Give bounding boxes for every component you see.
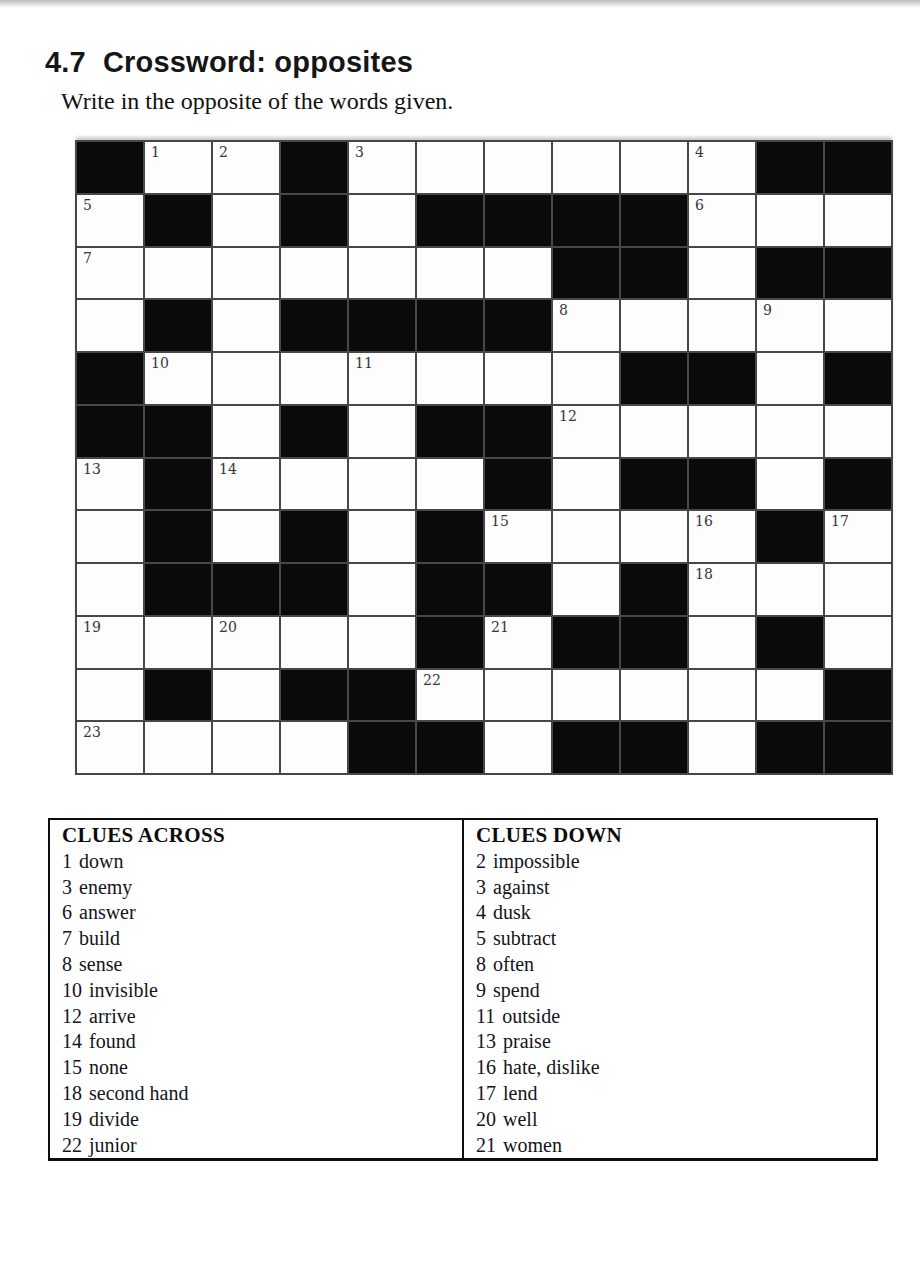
clue-number-label: 9 xyxy=(476,979,486,1001)
clue-word: outside xyxy=(502,1005,560,1027)
white-cell[interactable]: 21 xyxy=(485,617,551,668)
clue-word: none xyxy=(89,1056,128,1078)
black-cell xyxy=(757,617,823,668)
clues-down-column: CLUES DOWN 2impossible3against4dusk5subt… xyxy=(464,820,876,1158)
crossword-grid: 1234567891011121314151617181920212223 xyxy=(75,140,893,775)
black-cell xyxy=(281,142,347,193)
white-cell[interactable]: 13 xyxy=(77,459,143,510)
clue-word: enemy xyxy=(79,876,132,898)
clue-number: 12 xyxy=(559,408,577,424)
clue-word: against xyxy=(493,876,550,898)
clue-word: hate, dislike xyxy=(503,1056,600,1078)
white-cell[interactable] xyxy=(553,670,619,721)
clue-number-label: 21 xyxy=(476,1134,496,1156)
black-cell xyxy=(485,195,551,246)
clue-across-7: 7build xyxy=(62,926,454,952)
clue-across-22: 22junior xyxy=(62,1133,454,1159)
white-cell[interactable]: 12 xyxy=(553,406,619,457)
white-cell[interactable] xyxy=(485,353,551,404)
clue-down-2: 2impossible xyxy=(476,849,868,875)
white-cell[interactable] xyxy=(281,722,347,773)
clue-number-label: 10 xyxy=(62,979,82,1001)
clue-across-10: 10invisible xyxy=(62,978,454,1004)
black-cell xyxy=(621,564,687,615)
clue-number: 23 xyxy=(83,724,101,740)
clue-number-label: 20 xyxy=(476,1108,496,1130)
clue-number: 7 xyxy=(83,250,92,266)
black-cell xyxy=(757,248,823,299)
white-cell[interactable] xyxy=(417,459,483,510)
clue-word: praise xyxy=(503,1030,551,1052)
black-cell xyxy=(77,406,143,457)
white-cell[interactable] xyxy=(621,511,687,562)
white-cell[interactable] xyxy=(621,300,687,351)
white-cell[interactable] xyxy=(621,142,687,193)
clue-number: 2 xyxy=(219,144,228,160)
white-cell[interactable] xyxy=(77,511,143,562)
white-cell[interactable] xyxy=(349,511,415,562)
clue-number-label: 18 xyxy=(62,1082,82,1104)
clue-number: 22 xyxy=(423,672,441,688)
white-cell[interactable]: 10 xyxy=(145,353,211,404)
clue-down-17: 17lend xyxy=(476,1081,868,1107)
clue-across-15: 15none xyxy=(62,1055,454,1081)
black-cell xyxy=(689,353,755,404)
white-cell[interactable] xyxy=(349,617,415,668)
clues-across-header: CLUES ACROSS xyxy=(62,823,454,849)
clue-word: lend xyxy=(503,1082,537,1104)
white-cell[interactable] xyxy=(349,195,415,246)
white-cell[interactable] xyxy=(77,300,143,351)
black-cell xyxy=(485,406,551,457)
clue-number-label: 15 xyxy=(62,1056,82,1078)
black-cell xyxy=(825,670,891,721)
white-cell[interactable] xyxy=(825,195,891,246)
section-number: 4.7 xyxy=(45,46,86,78)
clue-word: build xyxy=(79,927,120,949)
clue-across-1: 1down xyxy=(62,849,454,875)
white-cell[interactable] xyxy=(689,617,755,668)
clue-number: 15 xyxy=(491,513,509,529)
white-cell[interactable] xyxy=(349,406,415,457)
white-cell[interactable] xyxy=(485,670,551,721)
white-cell[interactable]: 22 xyxy=(417,670,483,721)
black-cell xyxy=(281,670,347,721)
clue-number: 10 xyxy=(151,355,169,371)
clue-number-label: 16 xyxy=(476,1056,496,1078)
black-cell xyxy=(281,564,347,615)
white-cell[interactable] xyxy=(281,617,347,668)
clue-word: second hand xyxy=(89,1082,188,1104)
black-cell xyxy=(145,300,211,351)
white-cell[interactable]: 18 xyxy=(689,564,755,615)
clue-number-label: 13 xyxy=(476,1030,496,1052)
black-cell xyxy=(349,670,415,721)
clue-word: dusk xyxy=(493,901,531,923)
clue-number: 5 xyxy=(83,197,92,213)
white-cell[interactable] xyxy=(213,248,279,299)
white-cell[interactable] xyxy=(553,459,619,510)
black-cell xyxy=(553,617,619,668)
clue-word: arrive xyxy=(89,1005,136,1027)
white-cell[interactable] xyxy=(281,248,347,299)
white-cell[interactable]: 5 xyxy=(77,195,143,246)
clue-down-5: 5subtract xyxy=(476,926,868,952)
black-cell xyxy=(825,248,891,299)
clue-number: 11 xyxy=(355,355,373,371)
black-cell xyxy=(145,564,211,615)
white-cell[interactable]: 6 xyxy=(689,195,755,246)
white-cell[interactable] xyxy=(553,353,619,404)
clues-across-column: CLUES ACROSS 1down3enemy6answer7build8se… xyxy=(50,820,464,1158)
clue-across-8: 8sense xyxy=(62,952,454,978)
clue-number-label: 7 xyxy=(62,927,72,949)
clue-across-3: 3enemy xyxy=(62,875,454,901)
clue-down-9: 9spend xyxy=(476,978,868,1004)
white-cell[interactable] xyxy=(349,248,415,299)
page-title: 4.7Crossword: opposites xyxy=(45,46,413,79)
clue-number-label: 17 xyxy=(476,1082,496,1104)
clue-down-21: 21women xyxy=(476,1133,868,1159)
black-cell xyxy=(145,670,211,721)
clue-down-13: 13praise xyxy=(476,1029,868,1055)
white-cell[interactable]: 15 xyxy=(485,511,551,562)
white-cell[interactable]: 8 xyxy=(553,300,619,351)
clue-word: invisible xyxy=(89,979,158,1001)
white-cell[interactable] xyxy=(213,722,279,773)
white-cell[interactable]: 9 xyxy=(757,300,823,351)
white-cell[interactable]: 4 xyxy=(689,142,755,193)
clue-number-label: 3 xyxy=(62,876,72,898)
white-cell[interactable] xyxy=(757,564,823,615)
clue-number: 8 xyxy=(559,302,568,318)
black-cell xyxy=(553,722,619,773)
white-cell[interactable]: 2 xyxy=(213,142,279,193)
black-cell xyxy=(281,195,347,246)
clue-number: 20 xyxy=(219,619,237,635)
clue-across-14: 14found xyxy=(62,1029,454,1055)
black-cell xyxy=(621,248,687,299)
clue-number-label: 14 xyxy=(62,1030,82,1052)
clue-number: 19 xyxy=(83,619,101,635)
black-cell xyxy=(349,300,415,351)
white-cell[interactable] xyxy=(145,722,211,773)
white-cell[interactable] xyxy=(689,722,755,773)
clue-number-label: 6 xyxy=(62,901,72,923)
black-cell xyxy=(417,617,483,668)
black-cell xyxy=(281,511,347,562)
black-cell xyxy=(485,300,551,351)
white-cell[interactable] xyxy=(485,722,551,773)
clue-number: 6 xyxy=(695,197,704,213)
black-cell xyxy=(621,722,687,773)
white-cell[interactable] xyxy=(417,142,483,193)
clue-number-label: 19 xyxy=(62,1108,82,1130)
black-cell xyxy=(281,406,347,457)
white-cell[interactable] xyxy=(417,353,483,404)
white-cell[interactable] xyxy=(689,248,755,299)
white-cell[interactable] xyxy=(825,564,891,615)
clue-across-12: 12arrive xyxy=(62,1004,454,1030)
clue-down-8: 8often xyxy=(476,952,868,978)
clue-number-label: 8 xyxy=(476,953,486,975)
black-cell xyxy=(213,564,279,615)
black-cell xyxy=(145,459,211,510)
white-cell[interactable] xyxy=(281,353,347,404)
clue-number-label: 4 xyxy=(476,901,486,923)
white-cell[interactable]: 1 xyxy=(145,142,211,193)
clue-number: 1 xyxy=(151,144,160,160)
white-cell[interactable] xyxy=(689,300,755,351)
white-cell[interactable] xyxy=(553,142,619,193)
clue-word: spend xyxy=(493,979,540,1001)
white-cell[interactable] xyxy=(77,670,143,721)
white-cell[interactable] xyxy=(349,564,415,615)
clue-number-label: 1 xyxy=(62,850,72,872)
white-cell[interactable] xyxy=(757,670,823,721)
black-cell xyxy=(145,406,211,457)
clues-across-list: 1down3enemy6answer7build8sense10invisibl… xyxy=(62,849,454,1159)
black-cell xyxy=(757,722,823,773)
white-cell[interactable] xyxy=(213,300,279,351)
clue-number: 18 xyxy=(695,566,713,582)
white-cell[interactable]: 3 xyxy=(349,142,415,193)
black-cell xyxy=(145,511,211,562)
white-cell[interactable] xyxy=(213,195,279,246)
white-cell[interactable]: 11 xyxy=(349,353,415,404)
clue-number: 3 xyxy=(355,144,364,160)
clue-number-label: 2 xyxy=(476,850,486,872)
black-cell xyxy=(417,722,483,773)
white-cell[interactable] xyxy=(825,300,891,351)
white-cell[interactable] xyxy=(689,406,755,457)
black-cell xyxy=(757,142,823,193)
white-cell[interactable] xyxy=(213,670,279,721)
scan-edge-artifact xyxy=(0,0,920,8)
clue-number-label: 12 xyxy=(62,1005,82,1027)
white-cell[interactable] xyxy=(281,459,347,510)
white-cell[interactable] xyxy=(757,353,823,404)
clue-word: often xyxy=(493,953,534,975)
clue-word: women xyxy=(503,1134,562,1156)
white-cell[interactable] xyxy=(145,248,211,299)
white-cell[interactable] xyxy=(213,511,279,562)
white-cell[interactable] xyxy=(553,564,619,615)
white-cell[interactable] xyxy=(349,459,415,510)
clue-number: 4 xyxy=(695,144,704,160)
clues-box: CLUES ACROSS 1down3enemy6answer7build8se… xyxy=(48,818,878,1161)
clue-word: junior xyxy=(89,1134,137,1156)
black-cell xyxy=(621,195,687,246)
black-cell xyxy=(689,459,755,510)
black-cell xyxy=(417,406,483,457)
black-cell xyxy=(553,195,619,246)
white-cell[interactable] xyxy=(825,617,891,668)
clue-down-4: 4dusk xyxy=(476,900,868,926)
black-cell xyxy=(77,142,143,193)
clue-across-6: 6answer xyxy=(62,900,454,926)
clue-across-18: 18second hand xyxy=(62,1081,454,1107)
white-cell[interactable]: 19 xyxy=(77,617,143,668)
clue-number-label: 11 xyxy=(476,1005,495,1027)
white-cell[interactable] xyxy=(417,248,483,299)
clue-across-19: 19divide xyxy=(62,1107,454,1133)
black-cell xyxy=(485,459,551,510)
clue-word: sense xyxy=(79,953,122,975)
black-cell xyxy=(417,195,483,246)
clue-number-label: 8 xyxy=(62,953,72,975)
black-cell xyxy=(485,564,551,615)
clue-word: down xyxy=(79,850,123,872)
black-cell xyxy=(621,353,687,404)
clue-word: subtract xyxy=(493,927,556,949)
white-cell[interactable] xyxy=(757,459,823,510)
clue-number: 21 xyxy=(491,619,509,635)
clue-number-label: 3 xyxy=(476,876,486,898)
clue-word: divide xyxy=(89,1108,139,1130)
white-cell[interactable] xyxy=(621,670,687,721)
black-cell xyxy=(825,353,891,404)
white-cell[interactable]: 23 xyxy=(77,722,143,773)
white-cell[interactable] xyxy=(689,670,755,721)
black-cell xyxy=(417,564,483,615)
white-cell[interactable] xyxy=(77,564,143,615)
white-cell[interactable]: 17 xyxy=(825,511,891,562)
clue-number-label: 5 xyxy=(476,927,486,949)
clue-word: answer xyxy=(79,901,136,923)
white-cell[interactable] xyxy=(757,195,823,246)
white-cell[interactable] xyxy=(621,406,687,457)
white-cell[interactable] xyxy=(213,353,279,404)
clue-number: 9 xyxy=(763,302,772,318)
black-cell xyxy=(77,353,143,404)
black-cell xyxy=(825,142,891,193)
clue-number: 14 xyxy=(219,461,237,477)
clue-word: well xyxy=(503,1108,537,1130)
clue-number: 13 xyxy=(83,461,101,477)
instruction-text: Write in the opposite of the words given… xyxy=(61,88,453,115)
clue-number: 16 xyxy=(695,513,713,529)
worksheet-page: 4.7Crossword: opposites Write in the opp… xyxy=(0,0,920,1280)
white-cell[interactable] xyxy=(485,248,551,299)
white-cell[interactable] xyxy=(485,142,551,193)
white-cell[interactable] xyxy=(553,511,619,562)
clue-down-20: 20well xyxy=(476,1107,868,1133)
black-cell xyxy=(553,248,619,299)
clue-word: found xyxy=(89,1030,136,1052)
black-cell xyxy=(281,300,347,351)
title-text: Crossword: opposites xyxy=(103,46,413,78)
clues-down-header: CLUES DOWN xyxy=(476,823,868,849)
clue-number-label: 22 xyxy=(62,1134,82,1156)
white-cell[interactable] xyxy=(757,406,823,457)
white-cell[interactable] xyxy=(145,617,211,668)
clue-down-11: 11outside xyxy=(476,1004,868,1030)
clue-down-3: 3against xyxy=(476,875,868,901)
white-cell[interactable]: 14 xyxy=(213,459,279,510)
white-cell[interactable] xyxy=(213,406,279,457)
white-cell[interactable]: 7 xyxy=(77,248,143,299)
black-cell xyxy=(417,511,483,562)
black-cell xyxy=(825,722,891,773)
black-cell xyxy=(757,511,823,562)
black-cell xyxy=(621,617,687,668)
white-cell[interactable]: 16 xyxy=(689,511,755,562)
white-cell[interactable] xyxy=(825,406,891,457)
black-cell xyxy=(349,722,415,773)
black-cell xyxy=(825,459,891,510)
clues-down-list: 2impossible3against4dusk5subtract8often9… xyxy=(476,849,868,1159)
black-cell xyxy=(417,300,483,351)
black-cell xyxy=(145,195,211,246)
black-cell xyxy=(621,459,687,510)
white-cell[interactable]: 20 xyxy=(213,617,279,668)
clue-word: impossible xyxy=(493,850,580,872)
clue-number: 17 xyxy=(831,513,849,529)
clue-down-16: 16hate, dislike xyxy=(476,1055,868,1081)
